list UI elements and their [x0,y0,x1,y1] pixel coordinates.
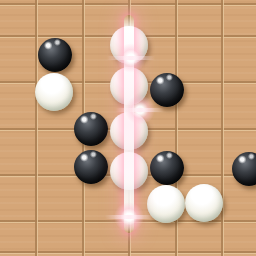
sparkle-flare [114,202,144,232]
sparkle-flare [125,95,155,125]
win-glow-layer [0,0,256,256]
gomoku-board[interactable] [0,0,256,256]
sparkle-flare [116,43,146,73]
